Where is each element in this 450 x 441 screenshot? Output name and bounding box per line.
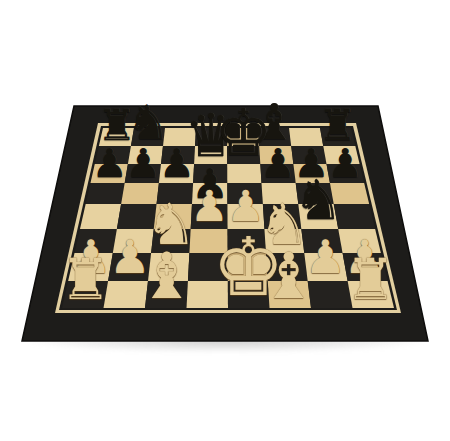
white-rook-h1[interactable]: ♜ (345, 251, 395, 307)
black-pawn-c6[interactable]: ♟ (159, 145, 195, 185)
white-bishop-c1[interactable]: ♝ (138, 244, 195, 308)
square-a4[interactable] (80, 204, 121, 229)
black-pawn-b6[interactable]: ♟ (125, 145, 161, 185)
chess-photo-stage: ♜♞♝♜♛♚♟♟♟♟♟♟♟♞♟♟♞♞♟♟♟♟♜♝♚♝♜ (0, 0, 450, 441)
black-pawn-a6[interactable]: ♟ (92, 145, 128, 185)
white-rook-a1[interactable]: ♜ (60, 251, 110, 307)
white-bishop-f1[interactable]: ♝ (261, 244, 318, 308)
black-pawn-f6[interactable]: ♟ (260, 145, 296, 185)
